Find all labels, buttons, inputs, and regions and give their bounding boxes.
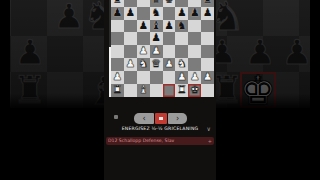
black-p-piece: ♟ [138, 20, 148, 33]
square-a7[interactable]: ♟ [111, 7, 124, 20]
square-c6[interactable]: ♟ [137, 20, 150, 33]
white-r-piece: ♜ [177, 84, 187, 97]
black-p-piece: ♟ [113, 7, 123, 20]
square-e5[interactable] [163, 32, 176, 45]
square-h4[interactable] [201, 45, 214, 58]
move-line[interactable]: ♖xd1 17. ♖xd1 ♖d8 18. ♖xd8+ ♕xd8 19. ♕d1 [106, 170, 212, 177]
square-b1[interactable] [124, 84, 137, 97]
square-g5[interactable] [188, 32, 201, 45]
square-g7[interactable]: ♟ [188, 7, 201, 20]
black-k-piece: ♚ [164, 0, 174, 7]
square-f1[interactable]: ♜ [175, 84, 188, 97]
white-n-piece: ♞ [138, 58, 148, 71]
square-f6[interactable]: ♞ [175, 20, 188, 33]
square-e8[interactable]: ♚ [163, 0, 176, 7]
white-k-piece: ♚ [190, 84, 200, 97]
black-n-piece: ♞ [177, 20, 187, 33]
square-h6[interactable] [201, 20, 214, 33]
square-a4[interactable] [111, 45, 124, 58]
square-h5[interactable] [201, 32, 214, 45]
left-black-bar [0, 0, 10, 180]
square-a6[interactable] [111, 20, 124, 33]
square-c7[interactable] [137, 7, 150, 20]
black-p-piece: ♟ [164, 20, 174, 33]
square-h1[interactable] [201, 84, 214, 97]
right-black-bar [310, 0, 320, 180]
black-p-piece: ♟ [190, 7, 200, 20]
white-p-piece: ♟ [203, 71, 213, 84]
square-e7[interactable] [163, 7, 176, 20]
white-q-piece: ♛ [151, 58, 161, 71]
video-frame: ♟♞♟♜♝♞♟♟♟♜♚ ♜♛♚♜♟♟♞♟♟♟♟♝♟♞♟♟♟♟♞♛♟♞♟♟♟♟♜♝… [0, 0, 320, 180]
square-b3[interactable]: ♟ [124, 58, 137, 71]
square-c3[interactable]: ♞ [137, 58, 150, 71]
expand-icon[interactable]: + [208, 138, 212, 144]
chess-board[interactable]: ♜♛♚♜♟♟♞♟♟♟♟♝♟♞♟♟♟♟♞♛♟♞♟♟♟♟♜♝♜♚ [111, 0, 214, 97]
stop-button[interactable] [155, 113, 167, 124]
prev-move-button[interactable]: ‹ [134, 113, 154, 124]
move-list[interactable]: 1. d4 ♘f6 2. ♘f3 d5 3. e3 ♗f5 4. c4 c6 5… [106, 149, 212, 178]
square-b2[interactable] [124, 71, 137, 84]
chevron-down-icon[interactable]: ∨ [207, 125, 211, 132]
square-d1[interactable] [150, 84, 163, 97]
move-line[interactable]: 1. d4 ♘f6 2. ♘f3 d5 3. e3 ♗f5 4. c4 c6 5… [106, 149, 212, 156]
black-n-piece: ♞ [151, 7, 161, 20]
square-g1[interactable]: ♚ [188, 84, 201, 97]
square-e1[interactable] [163, 84, 176, 97]
white-p-piece: ♟ [164, 58, 174, 71]
square-e2[interactable] [163, 71, 176, 84]
next-move-button[interactable]: › [168, 113, 187, 124]
square-a1[interactable]: ♜ [111, 84, 124, 97]
square-d3[interactable]: ♛ [150, 58, 163, 71]
move-line[interactable]: bxc4 e5 14. dxe5 ♘xe5 15. ♘xe5 ♗xe5 16. … [106, 163, 212, 170]
opening-name-bar[interactable]: D12 Schallopp Defense, Slav + [106, 137, 214, 145]
stop-icon [159, 117, 163, 121]
square-b6[interactable] [124, 20, 137, 33]
square-f7[interactable]: ♟ [175, 7, 188, 20]
square-d2[interactable] [150, 71, 163, 84]
players-result-line: ENERGISEZ ½-½ GRICELANING [104, 126, 216, 131]
black-p-piece: ♟ [125, 7, 135, 20]
square-g6[interactable] [188, 20, 201, 33]
square-h7[interactable]: ♟ [201, 7, 214, 20]
white-p-piece: ♟ [125, 58, 135, 71]
square-e3[interactable]: ♟ [163, 58, 176, 71]
white-r-piece: ♜ [113, 84, 123, 97]
video-strip: ♜♛♚♜♟♟♞♟♟♟♟♝♟♞♟♟♟♟♞♛♟♞♟♟♟♟♜♝♜♚ ‹ › ENERG… [104, 0, 216, 180]
white-b-piece: ♝ [138, 84, 148, 97]
square-b7[interactable]: ♟ [124, 7, 137, 20]
opening-label: D12 Schallopp Defense, Slav [108, 138, 174, 143]
square-c8[interactable] [137, 0, 150, 7]
square-c1[interactable]: ♝ [137, 84, 150, 97]
square-h2[interactable]: ♟ [201, 71, 214, 84]
square-g4[interactable] [188, 45, 201, 58]
black-p-piece: ♟ [203, 7, 213, 20]
move-line[interactable]: O-O 10. ♗b2 ♕e7 11. ♖ad1 ♖ad8 12. ♖fe1 d… [106, 156, 212, 163]
move-nav: ‹ › [134, 113, 187, 124]
square-d7[interactable]: ♞ [150, 7, 163, 20]
square-b5[interactable] [124, 32, 137, 45]
square-e6[interactable]: ♟ [163, 20, 176, 33]
square-a5[interactable] [111, 32, 124, 45]
square-f5[interactable] [175, 32, 188, 45]
black-p-piece: ♟ [177, 7, 187, 20]
bullet-dot [114, 115, 118, 119]
